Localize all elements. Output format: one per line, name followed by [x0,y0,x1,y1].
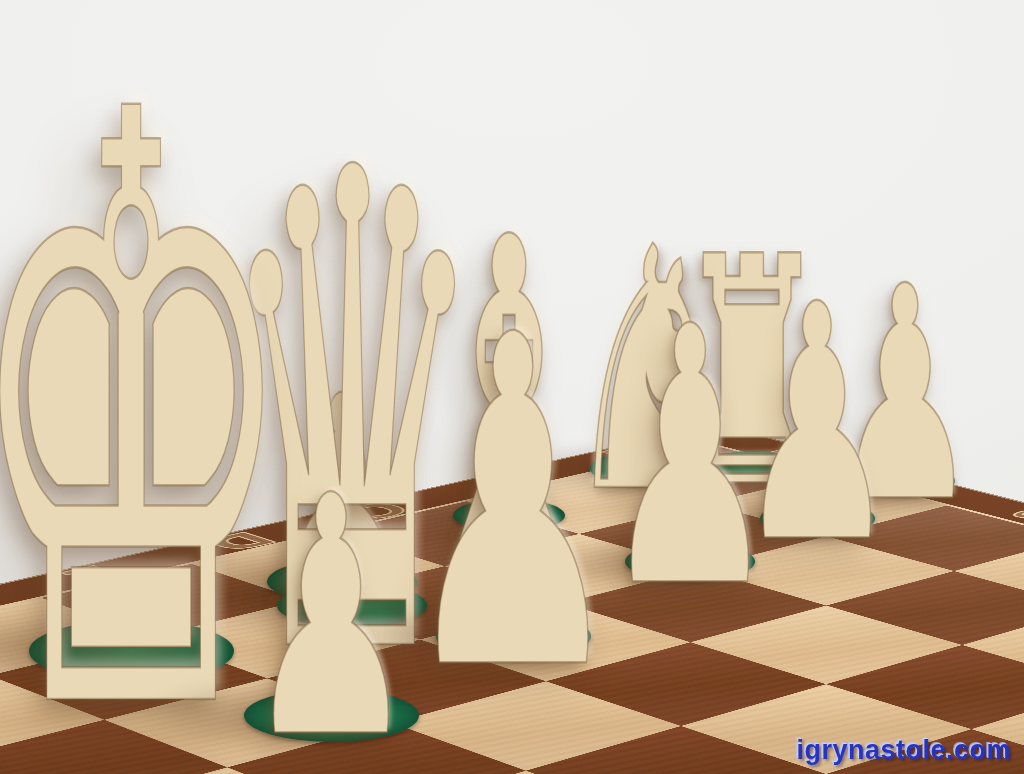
white-pawn-e2: ♟ [245,453,417,774]
white-pawn-c2: ♟ [602,281,777,636]
pieces-layer: ♜♞♟♝♟♟♟♛♟♚♟ [0,0,1024,774]
watermark-text: igrynastole.com [796,735,1011,766]
chess-product-photo: ABCDEFGH 12345678 ♜♞♟♝♟♟♟♛♟♚♟ igrynastol… [0,0,1024,774]
white-pawn-d2: ♟ [401,277,625,732]
